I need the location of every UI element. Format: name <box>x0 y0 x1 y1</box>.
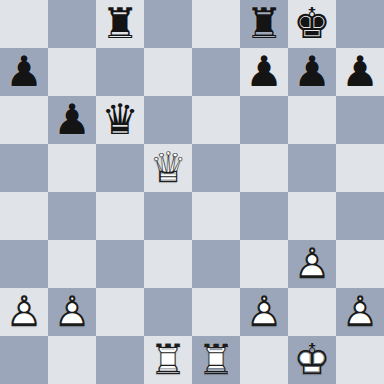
square-b4[interactable] <box>48 192 96 240</box>
square-g4[interactable] <box>288 192 336 240</box>
piece-white-queen: ♛♕ <box>144 144 192 192</box>
square-g6[interactable] <box>288 96 336 144</box>
black-queen-icon: ♛ <box>96 96 144 144</box>
square-c7[interactable] <box>96 48 144 96</box>
square-g5[interactable] <box>288 144 336 192</box>
square-d7[interactable] <box>144 48 192 96</box>
square-d8[interactable] <box>144 0 192 48</box>
square-h6[interactable] <box>336 96 384 144</box>
square-c4[interactable] <box>96 192 144 240</box>
black-pawn-icon: ♟ <box>240 48 288 96</box>
square-g1[interactable]: ♚♔ <box>288 336 336 384</box>
square-d5[interactable]: ♛♕ <box>144 144 192 192</box>
square-h7[interactable]: ♟ <box>336 48 384 96</box>
square-e3[interactable] <box>192 240 240 288</box>
piece-white-pawn: ♟♙ <box>336 288 384 336</box>
square-f3[interactable] <box>240 240 288 288</box>
white-pawn-icon: ♙ <box>288 240 336 288</box>
white-king-icon: ♔ <box>288 336 336 384</box>
square-d1[interactable]: ♜♖ <box>144 336 192 384</box>
square-b3[interactable] <box>48 240 96 288</box>
square-b1[interactable] <box>48 336 96 384</box>
square-g7[interactable]: ♟ <box>288 48 336 96</box>
square-c8[interactable]: ♜ <box>96 0 144 48</box>
square-d2[interactable] <box>144 288 192 336</box>
square-b5[interactable] <box>48 144 96 192</box>
square-a2[interactable]: ♟♙ <box>0 288 48 336</box>
square-a7[interactable]: ♟ <box>0 48 48 96</box>
square-e2[interactable] <box>192 288 240 336</box>
black-pawn-icon: ♟ <box>336 48 384 96</box>
white-rook-icon: ♖ <box>192 336 240 384</box>
square-h4[interactable] <box>336 192 384 240</box>
square-d4[interactable] <box>144 192 192 240</box>
square-b2[interactable]: ♟♙ <box>48 288 96 336</box>
square-d6[interactable] <box>144 96 192 144</box>
square-h1[interactable] <box>336 336 384 384</box>
square-c6[interactable]: ♛ <box>96 96 144 144</box>
square-g2[interactable] <box>288 288 336 336</box>
square-h5[interactable] <box>336 144 384 192</box>
black-king-icon: ♚ <box>288 0 336 48</box>
piece-white-pawn: ♟♙ <box>0 288 48 336</box>
square-a4[interactable] <box>0 192 48 240</box>
square-c1[interactable] <box>96 336 144 384</box>
square-f7[interactable]: ♟ <box>240 48 288 96</box>
square-e4[interactable] <box>192 192 240 240</box>
square-h2[interactable]: ♟♙ <box>336 288 384 336</box>
piece-white-pawn: ♟♙ <box>48 288 96 336</box>
square-f1[interactable] <box>240 336 288 384</box>
square-g3[interactable]: ♟♙ <box>288 240 336 288</box>
square-g8[interactable]: ♚ <box>288 0 336 48</box>
white-rook-icon: ♖ <box>144 336 192 384</box>
square-c2[interactable] <box>96 288 144 336</box>
square-d3[interactable] <box>144 240 192 288</box>
piece-white-rook: ♜♖ <box>144 336 192 384</box>
square-f6[interactable] <box>240 96 288 144</box>
piece-white-rook: ♜♖ <box>192 336 240 384</box>
white-pawn-icon: ♙ <box>336 288 384 336</box>
square-f4[interactable] <box>240 192 288 240</box>
square-f2[interactable]: ♟♙ <box>240 288 288 336</box>
square-f8[interactable]: ♜ <box>240 0 288 48</box>
white-pawn-icon: ♙ <box>0 288 48 336</box>
piece-white-pawn: ♟♙ <box>240 288 288 336</box>
chess-board: ♜♜♚♟♟♟♟♟♛♛♕♟♙♟♙♟♙♟♙♟♙♜♖♜♖♚♔ <box>0 0 384 384</box>
black-pawn-icon: ♟ <box>288 48 336 96</box>
black-pawn-icon: ♟ <box>48 96 96 144</box>
square-e7[interactable] <box>192 48 240 96</box>
square-a1[interactable] <box>0 336 48 384</box>
square-e1[interactable]: ♜♖ <box>192 336 240 384</box>
black-rook-icon: ♜ <box>96 0 144 48</box>
square-b8[interactable] <box>48 0 96 48</box>
square-c5[interactable] <box>96 144 144 192</box>
piece-white-pawn: ♟♙ <box>288 240 336 288</box>
square-h8[interactable] <box>336 0 384 48</box>
square-a5[interactable] <box>0 144 48 192</box>
square-a3[interactable] <box>0 240 48 288</box>
square-a6[interactable] <box>0 96 48 144</box>
square-e8[interactable] <box>192 0 240 48</box>
white-pawn-icon: ♙ <box>240 288 288 336</box>
square-c3[interactable] <box>96 240 144 288</box>
square-h3[interactable] <box>336 240 384 288</box>
square-e6[interactable] <box>192 96 240 144</box>
square-b6[interactable]: ♟ <box>48 96 96 144</box>
piece-white-king: ♚♔ <box>288 336 336 384</box>
square-f5[interactable] <box>240 144 288 192</box>
white-pawn-icon: ♙ <box>48 288 96 336</box>
square-e5[interactable] <box>192 144 240 192</box>
black-pawn-icon: ♟ <box>0 48 48 96</box>
square-a8[interactable] <box>0 0 48 48</box>
white-queen-icon: ♕ <box>144 144 192 192</box>
square-b7[interactable] <box>48 48 96 96</box>
black-rook-icon: ♜ <box>240 0 288 48</box>
